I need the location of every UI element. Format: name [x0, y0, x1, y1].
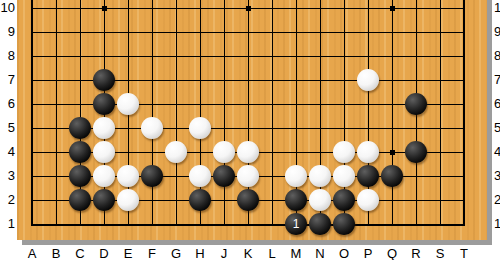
- white-stone-N3[interactable]: [309, 165, 331, 187]
- white-stone-D5[interactable]: [93, 117, 115, 139]
- row-label-left-6: 6: [0, 95, 15, 113]
- row-label-right-9: 9: [494, 23, 500, 41]
- grid-line-col-B: [56, 0, 57, 226]
- column-label-G: G: [168, 245, 184, 260]
- row-label-left-7: 7: [0, 71, 15, 89]
- white-stone-O3[interactable]: [333, 165, 355, 187]
- column-label-S: S: [432, 245, 448, 260]
- white-stone-E6[interactable]: [117, 93, 139, 115]
- row-label-right-4: 4: [494, 143, 500, 161]
- column-label-N: N: [312, 245, 328, 260]
- black-stone-D2[interactable]: [93, 189, 115, 211]
- white-stone-G4[interactable]: [165, 141, 187, 163]
- black-stone-D6[interactable]: [93, 93, 115, 115]
- black-stone-C3[interactable]: [69, 165, 91, 187]
- column-label-H: H: [192, 245, 208, 260]
- white-stone-J4[interactable]: [213, 141, 235, 163]
- row-label-left-10: 10: [0, 0, 15, 17]
- row-label-right-5: 5: [494, 119, 500, 137]
- row-label-left-8: 8: [0, 47, 15, 65]
- grid-line-col-T: [463, 0, 465, 226]
- column-label-R: R: [408, 245, 424, 260]
- white-stone-F5[interactable]: [141, 117, 163, 139]
- grid-line-col-L: [272, 0, 273, 226]
- column-label-A: A: [24, 245, 40, 260]
- black-stone-C4[interactable]: [69, 141, 91, 163]
- black-stone-F3[interactable]: [141, 165, 163, 187]
- row-label-left-5: 5: [0, 119, 15, 137]
- white-stone-E3[interactable]: [117, 165, 139, 187]
- black-stone-R6[interactable]: [405, 93, 427, 115]
- white-stone-P7[interactable]: [357, 69, 379, 91]
- black-stone-O2[interactable]: [333, 189, 355, 211]
- column-label-P: P: [360, 245, 376, 260]
- grid-line-row-1: [31, 224, 465, 226]
- row-label-left-4: 4: [0, 143, 15, 161]
- white-stone-H5[interactable]: [189, 117, 211, 139]
- row-label-right-7: 7: [494, 71, 500, 89]
- column-label-C: C: [72, 245, 88, 260]
- grid-line-col-J: [224, 0, 225, 226]
- black-stone-Q3[interactable]: [381, 165, 403, 187]
- board-layer: 11010998877665544332211ABCDEFGHJKLMNOPQR…: [0, 0, 500, 260]
- white-stone-P2[interactable]: [357, 189, 379, 211]
- white-stone-N2[interactable]: [309, 189, 331, 211]
- black-stone-O1[interactable]: [333, 213, 355, 235]
- row-label-right-10: 10: [494, 0, 500, 17]
- column-label-D: D: [96, 245, 112, 260]
- black-stone-C5[interactable]: [69, 117, 91, 139]
- row-label-right-1: 1: [494, 215, 500, 233]
- column-label-Q: Q: [384, 245, 400, 260]
- row-label-left-9: 9: [0, 23, 15, 41]
- row-label-right-6: 6: [494, 95, 500, 113]
- white-stone-O4[interactable]: [333, 141, 355, 163]
- black-stone-C2[interactable]: [69, 189, 91, 211]
- black-stone-H2[interactable]: [189, 189, 211, 211]
- black-stone-M2[interactable]: [285, 189, 307, 211]
- black-stone-N1[interactable]: [309, 213, 331, 235]
- grid-line-row-8: [31, 56, 465, 57]
- column-label-K: K: [240, 245, 256, 260]
- grid-line-col-A: [31, 0, 33, 226]
- column-label-O: O: [336, 245, 352, 260]
- white-stone-H3[interactable]: [189, 165, 211, 187]
- white-stone-D3[interactable]: [93, 165, 115, 187]
- star-point-Q4: [390, 150, 395, 155]
- black-stone-R4[interactable]: [405, 141, 427, 163]
- column-label-B: B: [48, 245, 64, 260]
- row-label-left-1: 1: [0, 215, 15, 233]
- row-label-right-8: 8: [494, 47, 500, 65]
- grid-line-row-9: [31, 32, 465, 33]
- grid-line-col-S: [440, 0, 441, 226]
- row-label-left-3: 3: [0, 167, 15, 185]
- grid-line-col-G: [176, 0, 177, 226]
- white-stone-P4[interactable]: [357, 141, 379, 163]
- grid-line-col-F: [152, 0, 153, 226]
- star-point-D10: [102, 6, 107, 11]
- column-label-J: J: [216, 245, 232, 260]
- move-number-label-1: 1: [293, 218, 300, 230]
- black-stone-P3[interactable]: [357, 165, 379, 187]
- grid-line-col-Q: [392, 0, 393, 226]
- row-label-right-3: 3: [494, 167, 500, 185]
- star-point-K10: [246, 6, 251, 11]
- black-stone-J3[interactable]: [213, 165, 235, 187]
- white-stone-E2[interactable]: [117, 189, 139, 211]
- white-stone-D4[interactable]: [93, 141, 115, 163]
- column-label-T: T: [456, 245, 472, 260]
- black-stone-M1[interactable]: 1: [285, 213, 307, 235]
- column-label-F: F: [144, 245, 160, 260]
- white-stone-K3[interactable]: [237, 165, 259, 187]
- black-stone-D7[interactable]: [93, 69, 115, 91]
- row-label-left-2: 2: [0, 191, 15, 209]
- white-stone-M3[interactable]: [285, 165, 307, 187]
- column-label-L: L: [264, 245, 280, 260]
- row-label-right-2: 2: [494, 191, 500, 209]
- star-point-Q10: [390, 6, 395, 11]
- black-stone-K2[interactable]: [237, 189, 259, 211]
- column-label-E: E: [120, 245, 136, 260]
- white-stone-K4[interactable]: [237, 141, 259, 163]
- go-diagram: 11010998877665544332211ABCDEFGHJKLMNOPQR…: [0, 0, 500, 260]
- column-label-M: M: [288, 245, 304, 260]
